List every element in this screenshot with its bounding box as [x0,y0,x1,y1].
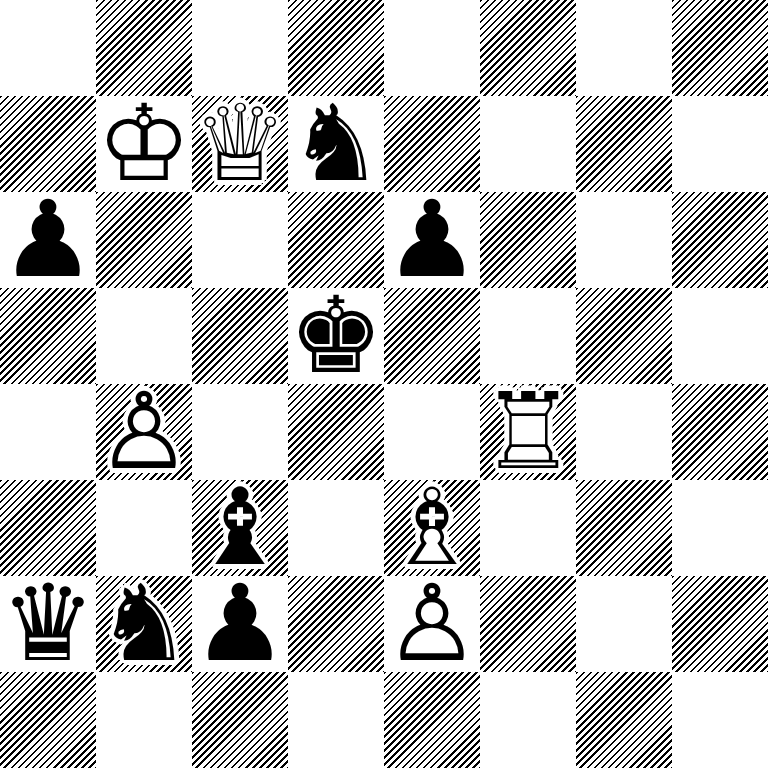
square-e5[interactable] [384,288,480,384]
square-c4[interactable] [192,384,288,480]
square-h5[interactable] [672,288,768,384]
square-h3[interactable] [672,480,768,576]
square-h6[interactable] [672,192,768,288]
square-f5[interactable] [480,288,576,384]
black-knight-icon: ♞ [96,576,192,672]
white-pawn-outline-icon: ♙ [384,576,480,672]
square-a3[interactable] [0,480,96,576]
square-d5[interactable]: ♚ [288,288,384,384]
square-f3[interactable] [480,480,576,576]
square-c2[interactable]: ♟ [192,576,288,672]
chess-board: ♚♔♛♕♞♟♟♚♟♙♜♖♝♝♗♛♞♟♟♙ [0,0,768,768]
square-d6[interactable] [288,192,384,288]
square-h8[interactable] [672,0,768,96]
square-f7[interactable] [480,96,576,192]
white-pawn-outline-icon: ♙ [96,384,192,480]
square-b5[interactable] [96,288,192,384]
square-g5[interactable] [576,288,672,384]
square-b8[interactable] [96,0,192,96]
square-g6[interactable] [576,192,672,288]
square-e1[interactable] [384,672,480,768]
square-e7[interactable] [384,96,480,192]
square-b7[interactable]: ♚♔ [96,96,192,192]
square-a5[interactable] [0,288,96,384]
square-c3[interactable]: ♝ [192,480,288,576]
white-pawn-icon: ♟ [384,576,480,672]
square-a2[interactable]: ♛ [0,576,96,672]
square-f6[interactable] [480,192,576,288]
square-g8[interactable] [576,0,672,96]
square-b4[interactable]: ♟♙ [96,384,192,480]
white-queen-icon: ♛ [192,96,288,192]
square-e2[interactable]: ♟♙ [384,576,480,672]
square-a7[interactable] [0,96,96,192]
white-king-icon: ♚ [96,96,192,192]
square-e8[interactable] [384,0,480,96]
square-c7[interactable]: ♛♕ [192,96,288,192]
square-f2[interactable] [480,576,576,672]
square-d2[interactable] [288,576,384,672]
white-rook-icon: ♜ [480,384,576,480]
square-h7[interactable] [672,96,768,192]
square-c1[interactable] [192,672,288,768]
square-c6[interactable] [192,192,288,288]
black-pawn-icon: ♟ [384,192,480,288]
square-e4[interactable] [384,384,480,480]
square-g1[interactable] [576,672,672,768]
square-d1[interactable] [288,672,384,768]
white-pawn-icon: ♟ [96,384,192,480]
square-a6[interactable]: ♟ [0,192,96,288]
square-h4[interactable] [672,384,768,480]
black-pawn-icon: ♟ [192,576,288,672]
square-f1[interactable] [480,672,576,768]
square-g2[interactable] [576,576,672,672]
square-d4[interactable] [288,384,384,480]
square-d8[interactable] [288,0,384,96]
black-bishop-icon: ♝ [192,480,288,576]
square-d7[interactable]: ♞ [288,96,384,192]
square-h2[interactable] [672,576,768,672]
black-knight-icon: ♞ [288,96,384,192]
square-c8[interactable] [192,0,288,96]
square-e3[interactable]: ♝♗ [384,480,480,576]
white-bishop-icon: ♝ [384,480,480,576]
square-f4[interactable]: ♜♖ [480,384,576,480]
white-bishop-outline-icon: ♗ [384,480,480,576]
square-b1[interactable] [96,672,192,768]
square-g3[interactable] [576,480,672,576]
square-a1[interactable] [0,672,96,768]
square-g7[interactable] [576,96,672,192]
square-a8[interactable] [0,0,96,96]
square-f8[interactable] [480,0,576,96]
square-b6[interactable] [96,192,192,288]
square-g4[interactable] [576,384,672,480]
black-pawn-icon: ♟ [0,192,96,288]
square-e6[interactable]: ♟ [384,192,480,288]
square-d3[interactable] [288,480,384,576]
black-king-icon: ♚ [288,288,384,384]
square-a4[interactable] [0,384,96,480]
square-c5[interactable] [192,288,288,384]
black-queen-icon: ♛ [0,576,96,672]
square-b2[interactable]: ♞ [96,576,192,672]
white-king-outline-icon: ♔ [96,96,192,192]
white-rook-outline-icon: ♖ [480,384,576,480]
square-h1[interactable] [672,672,768,768]
square-b3[interactable] [96,480,192,576]
white-queen-outline-icon: ♕ [192,96,288,192]
